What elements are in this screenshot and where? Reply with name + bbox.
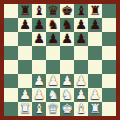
square-c2[interactable]: ♟	[32, 88, 46, 102]
piece-black-knight[interactable]: ♞	[61, 18, 73, 32]
square-e3[interactable]: ♟	[60, 74, 74, 88]
piece-black-pawn[interactable]: ♟	[19, 18, 31, 32]
square-b3[interactable]	[18, 74, 32, 88]
piece-white-pawn[interactable]: ♟	[61, 74, 73, 88]
square-a1[interactable]	[4, 102, 18, 116]
square-c1[interactable]: ♝	[32, 102, 46, 116]
square-a7[interactable]	[4, 18, 18, 32]
chessboard: ♜♝♛♚♝♜♟♟♞♞♟♟♟♟♟♟♟♟♟♟♟♟♞♞♟♟♜♝♛♚♝♜	[0, 0, 120, 120]
square-e4[interactable]	[60, 60, 74, 74]
piece-white-pawn[interactable]: ♟	[47, 74, 59, 88]
piece-white-pawn[interactable]: ♟	[33, 74, 45, 88]
square-f3[interactable]: ♟	[74, 74, 88, 88]
piece-white-knight[interactable]: ♞	[61, 88, 73, 102]
square-e5[interactable]	[60, 46, 74, 60]
square-d1[interactable]: ♛	[46, 102, 60, 116]
square-f1[interactable]: ♝	[74, 102, 88, 116]
piece-black-pawn[interactable]: ♟	[47, 32, 59, 46]
square-g8[interactable]: ♜	[88, 4, 102, 18]
square-g5[interactable]	[88, 46, 102, 60]
square-g4[interactable]	[88, 60, 102, 74]
piece-black-bishop[interactable]: ♝	[75, 4, 87, 18]
square-e1[interactable]: ♚	[60, 102, 74, 116]
piece-black-knight[interactable]: ♞	[47, 18, 59, 32]
square-e2[interactable]: ♞	[60, 88, 74, 102]
square-f4[interactable]	[74, 60, 88, 74]
square-b4[interactable]	[18, 60, 32, 74]
square-d7[interactable]: ♞	[46, 18, 60, 32]
piece-black-rook[interactable]: ♜	[89, 4, 101, 18]
square-c4[interactable]	[32, 60, 46, 74]
square-f8[interactable]: ♝	[74, 4, 88, 18]
piece-white-pawn[interactable]: ♟	[75, 74, 87, 88]
square-d4[interactable]	[46, 60, 60, 74]
square-b2[interactable]: ♟	[18, 88, 32, 102]
square-a5[interactable]	[4, 46, 18, 60]
piece-white-bishop[interactable]: ♝	[75, 102, 87, 116]
piece-white-king[interactable]: ♚	[61, 102, 73, 116]
square-d3[interactable]: ♟	[46, 74, 60, 88]
square-g3[interactable]	[88, 74, 102, 88]
piece-white-queen[interactable]: ♛	[47, 102, 59, 116]
square-f5[interactable]	[74, 46, 88, 60]
square-d2[interactable]: ♞	[46, 88, 60, 102]
square-a8[interactable]	[4, 4, 18, 18]
square-b5[interactable]	[18, 46, 32, 60]
square-d8[interactable]: ♛	[46, 4, 60, 18]
square-e7[interactable]: ♞	[60, 18, 74, 32]
square-f2[interactable]: ♟	[74, 88, 88, 102]
square-b7[interactable]: ♟	[18, 18, 32, 32]
square-a2[interactable]	[4, 88, 18, 102]
square-e8[interactable]: ♚	[60, 4, 74, 18]
piece-black-pawn[interactable]: ♟	[75, 32, 87, 46]
square-g7[interactable]: ♟	[88, 18, 102, 32]
piece-white-rook[interactable]: ♜	[19, 102, 31, 116]
square-c7[interactable]: ♟	[32, 18, 46, 32]
piece-black-pawn[interactable]: ♟	[75, 18, 87, 32]
piece-black-pawn[interactable]: ♟	[33, 18, 45, 32]
square-h8[interactable]	[102, 4, 116, 18]
square-a6[interactable]	[4, 32, 18, 46]
piece-black-bishop[interactable]: ♝	[33, 4, 45, 18]
square-d6[interactable]: ♟	[46, 32, 60, 46]
square-b6[interactable]	[18, 32, 32, 46]
square-h4[interactable]	[102, 60, 116, 74]
square-e6[interactable]: ♟	[60, 32, 74, 46]
square-b8[interactable]: ♜	[18, 4, 32, 18]
square-h2[interactable]	[102, 88, 116, 102]
square-c6[interactable]: ♟	[32, 32, 46, 46]
piece-white-bishop[interactable]: ♝	[33, 102, 45, 116]
piece-white-pawn[interactable]: ♟	[33, 88, 45, 102]
piece-black-rook[interactable]: ♜	[19, 4, 31, 18]
piece-white-knight[interactable]: ♞	[47, 88, 59, 102]
square-h6[interactable]	[102, 32, 116, 46]
piece-white-rook[interactable]: ♜	[89, 102, 101, 116]
square-d5[interactable]	[46, 46, 60, 60]
board-grid: ♜♝♛♚♝♜♟♟♞♞♟♟♟♟♟♟♟♟♟♟♟♟♞♞♟♟♜♝♛♚♝♜	[4, 4, 116, 116]
square-c5[interactable]	[32, 46, 46, 60]
piece-white-pawn[interactable]: ♟	[19, 88, 31, 102]
square-g6[interactable]	[88, 32, 102, 46]
square-h1[interactable]	[102, 102, 116, 116]
piece-black-pawn[interactable]: ♟	[89, 18, 101, 32]
piece-black-queen[interactable]: ♛	[47, 4, 59, 18]
square-h3[interactable]	[102, 74, 116, 88]
square-h7[interactable]	[102, 18, 116, 32]
square-a3[interactable]	[4, 74, 18, 88]
square-f6[interactable]: ♟	[74, 32, 88, 46]
piece-white-pawn[interactable]: ♟	[75, 88, 87, 102]
square-h5[interactable]	[102, 46, 116, 60]
piece-white-pawn[interactable]: ♟	[89, 88, 101, 102]
piece-black-pawn[interactable]: ♟	[61, 32, 73, 46]
square-c8[interactable]: ♝	[32, 4, 46, 18]
square-b1[interactable]: ♜	[18, 102, 32, 116]
square-a4[interactable]	[4, 60, 18, 74]
piece-black-pawn[interactable]: ♟	[33, 32, 45, 46]
piece-black-king[interactable]: ♚	[61, 4, 73, 18]
square-g2[interactable]: ♟	[88, 88, 102, 102]
square-f7[interactable]: ♟	[74, 18, 88, 32]
square-g1[interactable]: ♜	[88, 102, 102, 116]
square-c3[interactable]: ♟	[32, 74, 46, 88]
